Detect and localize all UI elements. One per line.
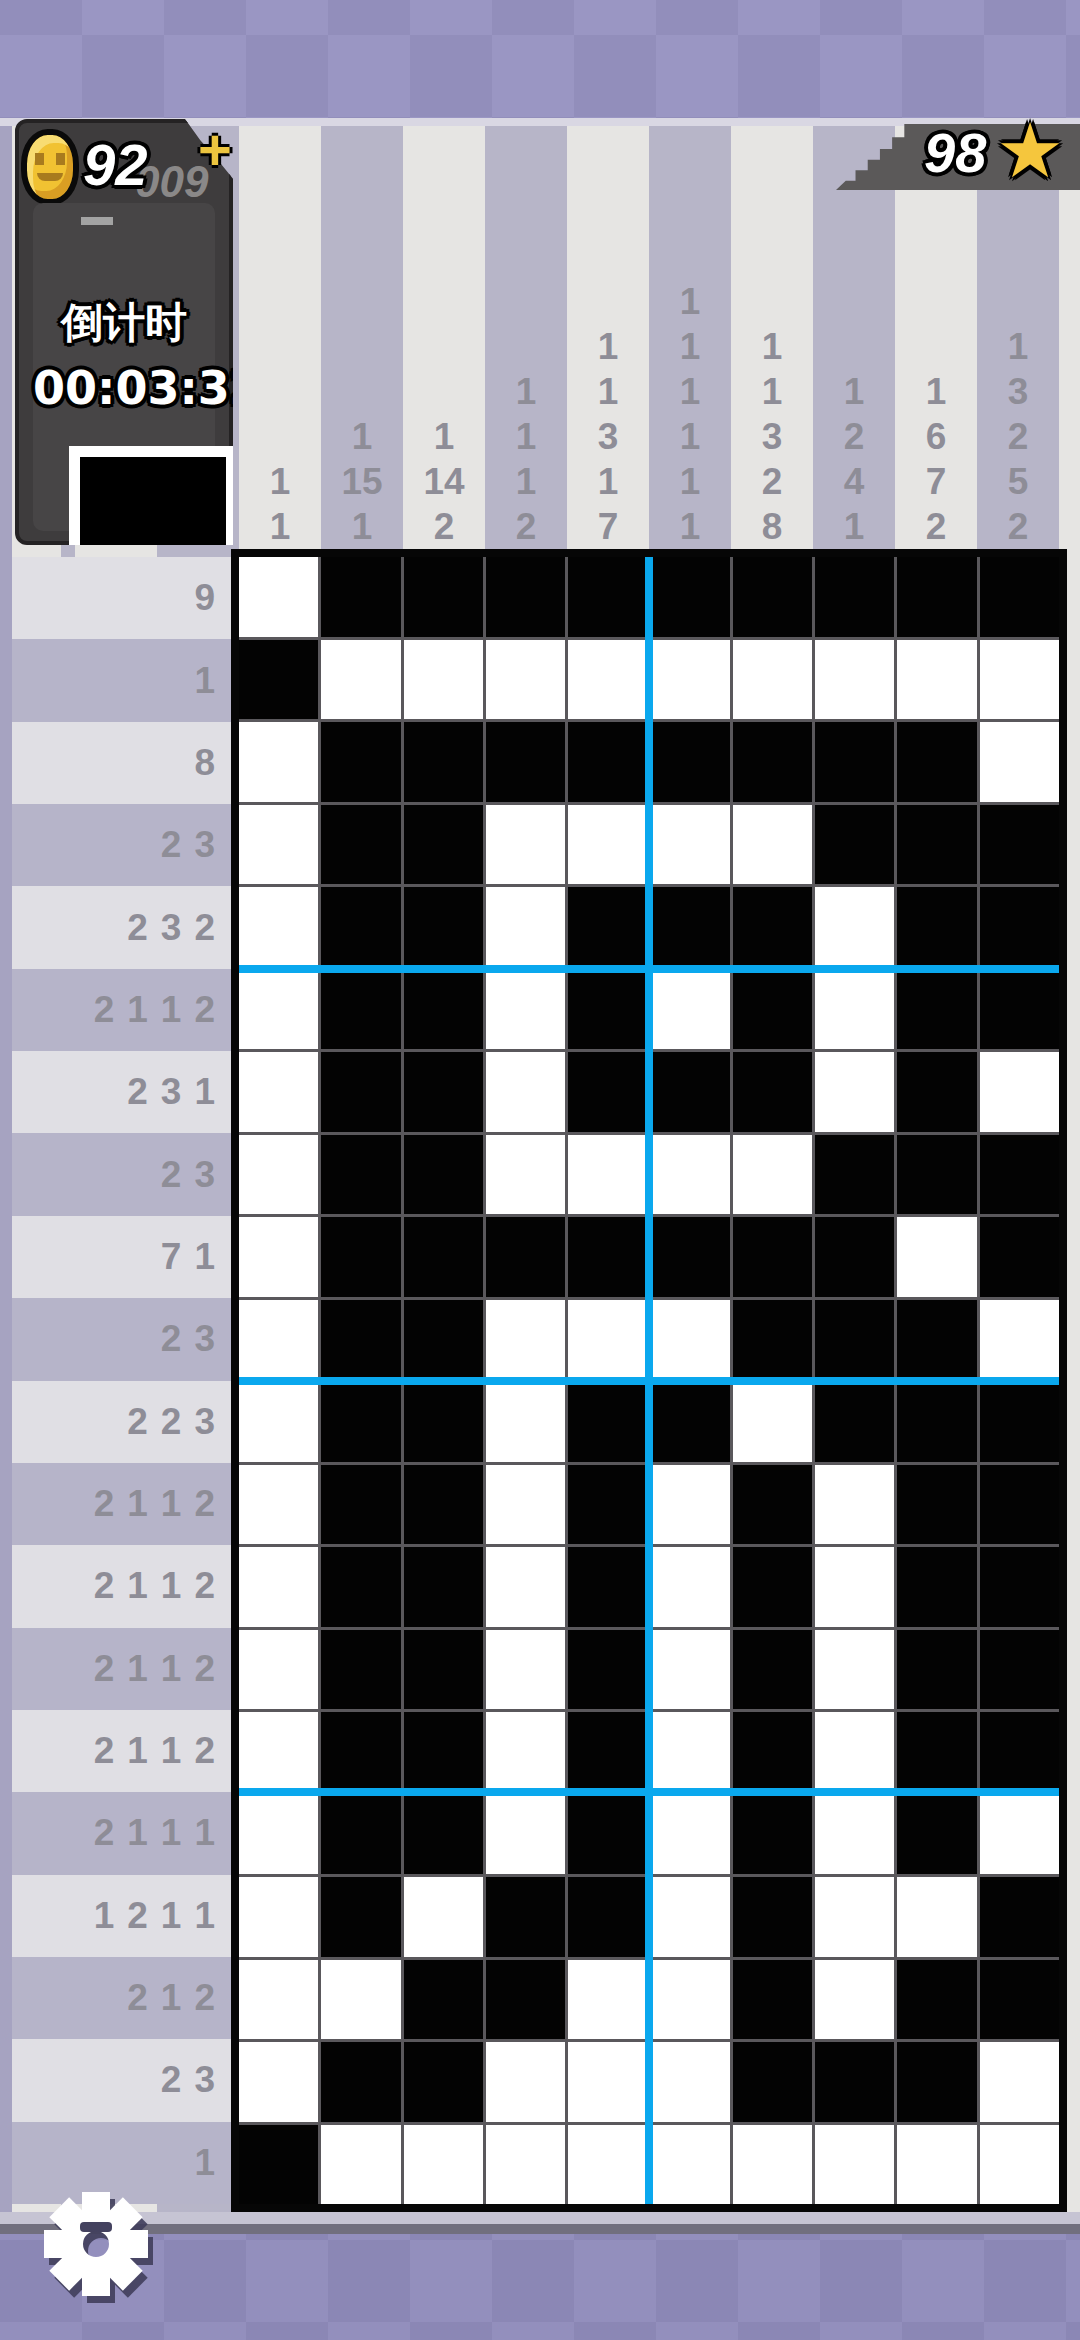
nonogram-cell[interactable]: [486, 1960, 565, 2040]
row-clue: 212: [12, 1957, 231, 2039]
col-clue: 1112: [485, 126, 567, 557]
nonogram-cell[interactable]: [321, 640, 400, 720]
nonogram-cell[interactable]: [980, 970, 1059, 1050]
nonogram-cell[interactable]: [733, 970, 812, 1050]
nonogram-cell[interactable]: [815, 722, 894, 802]
nonogram-cell[interactable]: [239, 1547, 318, 1627]
nonogram-cell[interactable]: [239, 1052, 318, 1132]
nonogram-cell[interactable]: [321, 2125, 400, 2205]
nonogram-cell[interactable]: [651, 1465, 730, 1545]
nonogram-cell[interactable]: [239, 1217, 318, 1297]
nonogram-cell[interactable]: [486, 805, 565, 885]
star-icon: ★: [996, 106, 1064, 196]
nonogram-cell[interactable]: [651, 1300, 730, 1380]
row-clue: 8: [12, 722, 231, 804]
nonogram-cell[interactable]: [404, 722, 483, 802]
nonogram-cell[interactable]: [815, 970, 894, 1050]
nonogram-cell[interactable]: [980, 2042, 1059, 2122]
nonogram-cell[interactable]: [568, 1217, 647, 1297]
nonogram-cell[interactable]: [568, 2125, 647, 2205]
nonogram-cell[interactable]: [321, 2042, 400, 2122]
nonogram-cell[interactable]: [486, 1300, 565, 1380]
nonogram-cell[interactable]: [568, 1960, 647, 2040]
nonogram-cell[interactable]: [568, 640, 647, 720]
nonogram-cell[interactable]: [815, 1052, 894, 1132]
nonogram-cell[interactable]: [404, 640, 483, 720]
nonogram-cell[interactable]: [404, 1547, 483, 1627]
guide-line-horizontal: [239, 965, 1059, 973]
nonogram-cell[interactable]: [568, 1630, 647, 1710]
nonogram-cell[interactable]: [486, 722, 565, 802]
guide-line-horizontal: [239, 1377, 1059, 1385]
nonogram-cell[interactable]: [815, 1712, 894, 1792]
background-checker-bottom: [0, 2234, 1080, 2340]
nonogram-cell[interactable]: [651, 1877, 730, 1957]
row-clue: 71: [12, 1216, 231, 1298]
nonogram-cell[interactable]: [980, 1630, 1059, 1710]
nonogram-cell[interactable]: [321, 1135, 400, 1215]
guide-line-horizontal: [239, 1788, 1059, 1796]
nonogram-cell[interactable]: [568, 1465, 647, 1545]
gear-ring-shade: [80, 2222, 112, 2232]
nonogram-cell[interactable]: [733, 2042, 812, 2122]
row-clue: 1: [12, 639, 231, 721]
nonogram-cell[interactable]: [568, 722, 647, 802]
nonogram-cell[interactable]: [897, 2042, 976, 2122]
nonogram-cell[interactable]: [897, 2125, 976, 2205]
nonogram-cell[interactable]: [651, 1712, 730, 1792]
nonogram-cell[interactable]: [239, 1712, 318, 1792]
nonogram-cell[interactable]: [321, 805, 400, 885]
nonogram-cell[interactable]: [733, 805, 812, 885]
row-clue: 2112: [12, 1463, 231, 1545]
nonogram-cell[interactable]: [568, 1052, 647, 1132]
nonogram-cell[interactable]: [733, 557, 812, 637]
nonogram-cell[interactable]: [651, 1052, 730, 1132]
nonogram-cell[interactable]: [733, 722, 812, 802]
nonogram-cell[interactable]: [404, 1630, 483, 1710]
nonogram-cell[interactable]: [486, 1382, 565, 1462]
nonogram-cell[interactable]: [651, 722, 730, 802]
nonogram-cell[interactable]: [897, 1465, 976, 1545]
col-clue: 1142: [403, 126, 485, 557]
nonogram-cell[interactable]: [568, 557, 647, 637]
nonogram-cell[interactable]: [980, 2125, 1059, 2205]
nonogram-cell[interactable]: [239, 887, 318, 967]
nonogram-cell[interactable]: [321, 887, 400, 967]
col-clue: 1672: [895, 126, 977, 557]
nonogram-cell[interactable]: [897, 1960, 976, 2040]
nonogram-cell[interactable]: [404, 2125, 483, 2205]
nonogram-cell[interactable]: [980, 887, 1059, 967]
nonogram-cell[interactable]: [651, 1795, 730, 1875]
nonogram-cell[interactable]: [568, 805, 647, 885]
nonogram-cell[interactable]: [733, 1547, 812, 1627]
nonogram-cell[interactable]: [897, 1052, 976, 1132]
nonogram-cell[interactable]: [733, 1960, 812, 2040]
nonogram-cell[interactable]: [239, 1795, 318, 1875]
nonogram-cell[interactable]: [980, 1217, 1059, 1297]
nonogram-cell[interactable]: [321, 1630, 400, 1710]
nonogram-cell[interactable]: [733, 887, 812, 967]
nonogram-cell[interactable]: [815, 1877, 894, 1957]
col-clue: 11317: [567, 126, 649, 557]
nonogram-cell[interactable]: [980, 640, 1059, 720]
nonogram-cell[interactable]: [733, 1217, 812, 1297]
nonogram-cell[interactable]: [815, 1795, 894, 1875]
nonogram-cell[interactable]: [486, 2042, 565, 2122]
nonogram-cell[interactable]: [651, 1547, 730, 1627]
nonogram-cell[interactable]: [897, 805, 976, 885]
nonogram-cell[interactable]: [815, 1382, 894, 1462]
nonogram-cell[interactable]: [733, 1712, 812, 1792]
nonogram-cell[interactable]: [568, 970, 647, 1050]
row-clue: 2112: [12, 969, 231, 1051]
nonogram-cell[interactable]: [568, 2042, 647, 2122]
nonogram-cell[interactable]: [239, 1135, 318, 1215]
nonogram-cell[interactable]: [568, 1382, 647, 1462]
nonogram-cell[interactable]: [239, 1960, 318, 2040]
coin-icon: [21, 129, 79, 205]
nonogram-cell[interactable]: [486, 1052, 565, 1132]
nonogram-cell[interactable]: [733, 1382, 812, 1462]
nonogram-cell[interactable]: [239, 640, 318, 720]
row-clue: 23: [12, 2039, 231, 2121]
column-clues: 1111511142111211317111111113281241167213…: [239, 126, 1059, 557]
nonogram-cell[interactable]: [321, 970, 400, 1050]
nonogram-cell[interactable]: [980, 1877, 1059, 1957]
nonogram-cell[interactable]: [980, 557, 1059, 637]
nonogram-cell[interactable]: [897, 1217, 976, 1297]
nonogram-cell[interactable]: [568, 887, 647, 967]
nonogram-cell[interactable]: [733, 1300, 812, 1380]
nonogram-cell[interactable]: [815, 805, 894, 885]
nonogram-cell[interactable]: [486, 2125, 565, 2205]
nonogram-cell[interactable]: [321, 1217, 400, 1297]
nonogram-cell[interactable]: [815, 1135, 894, 1215]
nonogram-cell[interactable]: [239, 557, 318, 637]
nonogram-cell[interactable]: [651, 1960, 730, 2040]
nonogram-cell[interactable]: [404, 1217, 483, 1297]
nonogram-cell[interactable]: [980, 1300, 1059, 1380]
nonogram-cell[interactable]: [486, 1712, 565, 1792]
nonogram-cell[interactable]: [239, 970, 318, 1050]
nonogram-cell[interactable]: [321, 1547, 400, 1627]
nonogram-cell[interactable]: [239, 2125, 318, 2205]
nonogram-cell[interactable]: [486, 1547, 565, 1627]
nonogram-cell[interactable]: [568, 1877, 647, 1957]
nonogram-cell[interactable]: [651, 557, 730, 637]
nonogram-cell[interactable]: [239, 1630, 318, 1710]
nonogram-cell[interactable]: [486, 1630, 565, 1710]
nonogram-cell[interactable]: [321, 1382, 400, 1462]
nonogram-cell[interactable]: [404, 1300, 483, 1380]
row-clue: 23: [12, 1133, 231, 1215]
nonogram-cell[interactable]: [486, 1795, 565, 1875]
row-clue: 223: [12, 1380, 231, 1462]
nonogram-cell[interactable]: [651, 805, 730, 885]
add-coins-button[interactable]: +: [198, 116, 232, 183]
nonogram-cell[interactable]: [568, 1795, 647, 1875]
col-clue: 11328: [731, 126, 813, 557]
nonogram-cell[interactable]: [239, 805, 318, 885]
nonogram-cell[interactable]: [404, 1960, 483, 2040]
row-clue: 9: [12, 557, 231, 639]
nonogram-cell[interactable]: [486, 640, 565, 720]
col-clue: 111111: [649, 126, 731, 557]
nonogram-cell[interactable]: [980, 1795, 1059, 1875]
nonogram-cell[interactable]: [651, 887, 730, 967]
row-clues: 9182323221122312371232232112211221122112…: [12, 557, 231, 2204]
nonogram-cell[interactable]: [486, 557, 565, 637]
nonogram-cell[interactable]: [897, 1300, 976, 1380]
nonogram-cell[interactable]: [321, 1300, 400, 1380]
nonogram-cell[interactable]: [568, 1547, 647, 1627]
nonogram-cell[interactable]: [897, 1630, 976, 1710]
nonogram-cell[interactable]: [568, 1712, 647, 1792]
nonogram-board-frame: [231, 549, 1067, 2212]
nonogram-cell[interactable]: [897, 640, 976, 720]
col-clue: 1151: [321, 126, 403, 557]
nonogram-cell[interactable]: [897, 1135, 976, 1215]
row-clue: 231: [12, 1051, 231, 1133]
nonogram-cell[interactable]: [733, 1052, 812, 1132]
nonogram-cell[interactable]: [815, 2125, 894, 2205]
gear-ring: [63, 2211, 129, 2277]
nonogram-cell[interactable]: [321, 1795, 400, 1875]
nonogram-cell[interactable]: [980, 1547, 1059, 1627]
nonogram-cell[interactable]: [651, 1382, 730, 1462]
nonogram-cell[interactable]: [239, 722, 318, 802]
nonogram-cell[interactable]: [321, 557, 400, 637]
nonogram-cell[interactable]: [733, 1135, 812, 1215]
nonogram-cell[interactable]: [897, 887, 976, 967]
nonogram-cell[interactable]: [404, 970, 483, 1050]
nonogram-cell[interactable]: [980, 1052, 1059, 1132]
nonogram-cell[interactable]: [733, 1795, 812, 1875]
nonogram-cell[interactable]: [980, 722, 1059, 802]
countdown-label: 倒计时: [33, 295, 215, 351]
row-clue: 232: [12, 886, 231, 968]
row-clue: 23: [12, 804, 231, 886]
nonogram-cell[interactable]: [321, 1877, 400, 1957]
nonogram-cell[interactable]: [980, 805, 1059, 885]
nonogram-cell[interactable]: [239, 1382, 318, 1462]
countdown-box: 倒计时 00:03:32: [33, 203, 215, 531]
nonogram-cell[interactable]: [321, 1712, 400, 1792]
nonogram-cell[interactable]: [815, 1630, 894, 1710]
coin-count: 92: [83, 131, 148, 198]
nonogram-cell[interactable]: [815, 1465, 894, 1545]
nonogram-cell[interactable]: [651, 2125, 730, 2205]
nonogram-cell[interactable]: [897, 1877, 976, 1957]
coin-ghost-dash: [81, 217, 113, 225]
nonogram-cell[interactable]: [239, 2042, 318, 2122]
nonogram-cell[interactable]: [815, 1547, 894, 1627]
nonogram-cell[interactable]: [404, 1795, 483, 1875]
nonogram-cell[interactable]: [897, 557, 976, 637]
left-edge-strip: [0, 126, 12, 2212]
gear-icon: [44, 2192, 148, 2296]
row-clue: 2112: [12, 1545, 231, 1627]
nonogram-cell[interactable]: [815, 2042, 894, 2122]
nonogram-cell[interactable]: [486, 970, 565, 1050]
nonogram-cell[interactable]: [733, 640, 812, 720]
nonogram-cell[interactable]: [404, 1135, 483, 1215]
nonogram-cell[interactable]: [815, 557, 894, 637]
nonogram-cell[interactable]: [486, 1217, 565, 1297]
nonogram-cell[interactable]: [980, 1382, 1059, 1462]
nonogram-cell[interactable]: [404, 2042, 483, 2122]
nonogram-cell[interactable]: [897, 722, 976, 802]
nonogram-cell[interactable]: [239, 1300, 318, 1380]
nonogram-cell[interactable]: [568, 1300, 647, 1380]
col-clue: 11: [239, 126, 321, 557]
nonogram-cell[interactable]: [404, 1052, 483, 1132]
nonogram-cell[interactable]: [486, 1877, 565, 1957]
nonogram-cell[interactable]: [815, 1960, 894, 2040]
nonogram-cell[interactable]: [239, 1465, 318, 1545]
nonogram-cell[interactable]: [651, 1135, 730, 1215]
nonogram-cell[interactable]: [980, 1135, 1059, 1215]
star-count: 98: [924, 120, 986, 185]
countdown-timer: 00:03:32: [33, 361, 215, 415]
nonogram-cell[interactable]: [404, 805, 483, 885]
nonogram-cell[interactable]: [404, 887, 483, 967]
nonogram-cell[interactable]: [651, 970, 730, 1050]
nonogram-cell[interactable]: [897, 1712, 976, 1792]
nonogram-cell[interactable]: [897, 1382, 976, 1462]
nonogram-cell[interactable]: [980, 1712, 1059, 1792]
nonogram-cell[interactable]: [815, 1217, 894, 1297]
nonogram-cell[interactable]: [404, 1465, 483, 1545]
row-clue: 2111: [12, 1792, 231, 1874]
nonogram-cell[interactable]: [815, 640, 894, 720]
nonogram-cell[interactable]: [404, 1382, 483, 1462]
nonogram-cell[interactable]: [321, 1465, 400, 1545]
nonogram-cell[interactable]: [239, 1877, 318, 1957]
bottom-light-strip: [0, 2212, 1080, 2224]
nonogram-cell[interactable]: [568, 1135, 647, 1215]
background-checker-top: [0, 0, 1080, 118]
nonogram-cell[interactable]: [321, 722, 400, 802]
col-clue: 1241: [813, 126, 895, 557]
nonogram-cell[interactable]: [651, 2042, 730, 2122]
nonogram-cell[interactable]: [980, 1960, 1059, 2040]
row-clue: 2112: [12, 1627, 231, 1709]
nonogram-cell[interactable]: [404, 1877, 483, 1957]
nonogram-cell[interactable]: [321, 1052, 400, 1132]
nonogram-cell[interactable]: [733, 2125, 812, 2205]
row-clue: 2112: [12, 1710, 231, 1792]
nonogram-cell[interactable]: [486, 1465, 565, 1545]
nonogram-cell[interactable]: [980, 1465, 1059, 1545]
nonogram-cell[interactable]: [733, 1630, 812, 1710]
nonogram-cell[interactable]: [897, 970, 976, 1050]
nonogram-cell[interactable]: [404, 557, 483, 637]
nonogram-cell[interactable]: [486, 887, 565, 967]
nonogram-cell[interactable]: [404, 1712, 483, 1792]
nonogram-cell[interactable]: [651, 1630, 730, 1710]
settings-gear-button[interactable]: [44, 2192, 148, 2296]
nonogram-cell[interactable]: [815, 887, 894, 967]
nonogram-cell[interactable]: [815, 1300, 894, 1380]
nonogram-cell[interactable]: [733, 1877, 812, 1957]
nonogram-cell[interactable]: [651, 640, 730, 720]
nonogram-cell[interactable]: [733, 1465, 812, 1545]
nonogram-cell[interactable]: [897, 1795, 976, 1875]
nonogram-cell[interactable]: [321, 1960, 400, 2040]
row-clue: 23: [12, 1298, 231, 1380]
row-clue: 1211: [12, 1875, 231, 1957]
bottom-dark-line: [0, 2224, 1080, 2234]
nonogram-cell[interactable]: [486, 1135, 565, 1215]
nonogram-cell[interactable]: [897, 1547, 976, 1627]
nonogram-cell[interactable]: [651, 1217, 730, 1297]
